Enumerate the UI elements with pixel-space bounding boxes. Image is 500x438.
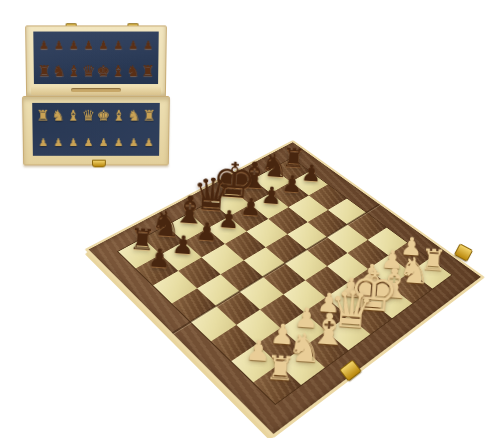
- case-piece-p: ♟: [99, 137, 109, 148]
- case-piece-p: ♟: [53, 137, 63, 148]
- case-piece-p: ♟: [84, 39, 94, 50]
- case-piece-q: ♛: [82, 109, 95, 124]
- case-piece-p: ♟: [129, 137, 139, 148]
- case-light-pawn-row: ♟♟♟♟♟♟♟♟: [33, 129, 160, 155]
- case-piece-p: ♟: [114, 137, 124, 148]
- case-piece-p: ♟: [39, 39, 49, 50]
- piece-layer: ♜♞♝♛♚♝♞♜♟♟♟♟♟♟♟♟♟♟♟♟♟♟♟♟♜♞♝♛♚♝♞♜: [118, 158, 451, 404]
- case-dark-major-row: ♜♞♝♛♚♝♞♜: [34, 58, 159, 84]
- case-piece-n: ♞: [126, 63, 140, 78]
- case-piece-p: ♟: [128, 39, 138, 50]
- case-piece-r: ♜: [37, 63, 51, 78]
- case-latch-icon: [92, 160, 106, 168]
- case-piece-b: ♝: [112, 109, 125, 124]
- case-piece-k: ♚: [97, 63, 111, 78]
- board-scene: ♜♞♝♛♚♝♞♜♟♟♟♟♟♟♟♟♟♟♟♟♟♟♟♟♜♞♝♛♚♝♞♜: [134, 112, 431, 409]
- case-handle: [71, 88, 120, 92]
- case-piece-p: ♟: [38, 137, 48, 148]
- case-piece-p: ♟: [69, 39, 79, 50]
- case-piece-p: ♟: [84, 137, 94, 148]
- case-lid-felt: ♟♟♟♟♟♟♟♟ ♜♞♝♛♚♝♞♜: [33, 32, 158, 84]
- case-piece-p: ♟: [68, 137, 78, 148]
- case-piece-r: ♜: [36, 109, 50, 124]
- case-base-felt: ♜♞♝♛♚♝♞♜ ♟♟♟♟♟♟♟♟: [32, 103, 160, 156]
- case-piece-b: ♝: [67, 63, 81, 78]
- case-piece-n: ♞: [127, 109, 140, 124]
- case-lid: ♟♟♟♟♟♟♟♟ ♜♞♝♛♚♝♞♜: [25, 25, 167, 98]
- product-photo: ♟♟♟♟♟♟♟♟ ♜♞♝♛♚♝♞♜ ♜♞♝♛♚♝♞♜ ♟♟♟♟♟♟♟♟: [0, 0, 500, 438]
- storage-case: ♟♟♟♟♟♟♟♟ ♜♞♝♛♚♝♞♜ ♜♞♝♛♚♝♞♜ ♟♟♟♟♟♟♟♟: [21, 25, 169, 164]
- case-base: ♜♞♝♛♚♝♞♜ ♟♟♟♟♟♟♟♟: [22, 96, 170, 166]
- case-dark-pawn-row: ♟♟♟♟♟♟♟♟: [33, 32, 158, 58]
- case-piece-n: ♞: [51, 109, 64, 124]
- case-piece-p: ♟: [98, 39, 108, 50]
- case-piece-p: ♟: [143, 39, 153, 50]
- case-piece-q: ♛: [82, 63, 96, 78]
- case-piece-p: ♟: [54, 39, 64, 50]
- chess-board: ♜♞♝♛♚♝♞♜♟♟♟♟♟♟♟♟♟♟♟♟♟♟♟♟♜♞♝♛♚♝♞♜: [84, 140, 485, 438]
- case-piece-b: ♝: [111, 63, 125, 78]
- case-piece-p: ♟: [113, 39, 123, 50]
- case-light-major-row: ♜♞♝♛♚♝♞♜: [32, 103, 160, 130]
- case-piece-k: ♚: [97, 109, 110, 124]
- case-piece-b: ♝: [67, 109, 80, 124]
- case-piece-n: ♞: [52, 63, 66, 78]
- case-piece-r: ♜: [141, 63, 155, 78]
- case-lid-rail: [31, 86, 161, 95]
